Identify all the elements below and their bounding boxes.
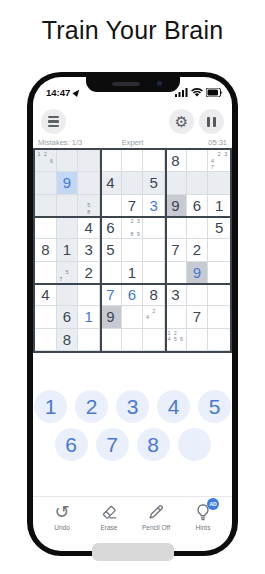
phone-screen: 14:47 <box>33 77 232 551</box>
cell-r7c6[interactable]: 8 <box>143 284 165 306</box>
cell-r6c3[interactable]: 2 <box>78 262 100 284</box>
cell-r3c4[interactable] <box>100 195 122 217</box>
cell-r9c8[interactable] <box>187 329 209 351</box>
cell-r2c3[interactable] <box>78 172 100 194</box>
eraser-icon <box>99 501 119 523</box>
cell-r2c2[interactable]: 9 <box>57 172 79 194</box>
cell-r6c7[interactable] <box>165 262 187 284</box>
cell-r8c3[interactable]: 1 <box>78 306 100 328</box>
camera <box>157 81 162 86</box>
pause-icon <box>207 117 216 127</box>
cell-r8c5[interactable] <box>122 306 144 328</box>
cell-r3c9[interactable]: 1 <box>208 195 230 217</box>
numpad-empty[interactable] <box>178 428 211 461</box>
cell-r4c3[interactable]: 4 <box>78 217 100 239</box>
cell-r7c2[interactable] <box>57 284 79 306</box>
cell-r9c4[interactable] <box>100 329 122 351</box>
speaker <box>112 82 140 86</box>
game-info-row: Mistakes: 1/3 Expert 05:31 <box>33 138 232 147</box>
signal-icon <box>175 88 188 97</box>
numpad-5[interactable]: 5 <box>198 390 231 423</box>
cell-r4c8[interactable] <box>187 217 209 239</box>
cell-r3c6[interactable]: 3 <box>143 195 165 217</box>
cell-r1c9[interactable]: 2347 <box>208 150 230 172</box>
cell-r2c9[interactable] <box>208 172 230 194</box>
numpad-4[interactable]: 4 <box>157 390 190 423</box>
cell-r8c1[interactable] <box>35 306 57 328</box>
pencil-notes: 57 <box>58 263 77 282</box>
undo-icon: ↺ <box>54 501 69 523</box>
cell-r3c3[interactable]: 58 <box>78 195 100 217</box>
cell-r3c5[interactable]: 7 <box>122 195 144 217</box>
cell-r9c2[interactable]: 8 <box>57 329 79 351</box>
cell-r8c9[interactable] <box>208 306 230 328</box>
pencil-button[interactable]: Pencil Off <box>137 501 175 531</box>
cell-r2c4[interactable]: 4 <box>100 172 122 194</box>
cell-r7c1[interactable]: 4 <box>35 284 57 306</box>
cell-r3c2[interactable] <box>57 195 79 217</box>
cell-r5c8[interactable]: 2 <box>187 239 209 261</box>
cell-r5c7[interactable]: 7 <box>165 239 187 261</box>
cell-r1c8[interactable] <box>187 150 209 172</box>
cell-r1c1[interactable]: 126 <box>35 150 57 172</box>
pencil-notes: 2347 <box>209 151 229 170</box>
numpad-8[interactable]: 8 <box>137 428 170 461</box>
numpad-2[interactable]: 2 <box>75 390 108 423</box>
cell-r1c7[interactable]: 8 <box>165 150 187 172</box>
cell-r6c9[interactable] <box>208 262 230 284</box>
cell-r5c5[interactable] <box>122 239 144 261</box>
cell-r1c3[interactable] <box>78 150 100 172</box>
pencil-notes: 12456 <box>166 330 185 349</box>
cell-r2c8[interactable] <box>187 172 209 194</box>
toolbar-divider <box>33 496 232 497</box>
cell-r4c5[interactable]: 2389 <box>122 217 144 239</box>
cell-r8c8[interactable]: 7 <box>187 306 209 328</box>
cell-r6c2[interactable]: 57 <box>57 262 79 284</box>
cell-r8c4[interactable]: 9 <box>100 306 122 328</box>
cell-r7c7[interactable]: 3 <box>165 284 187 306</box>
cell-r4c2[interactable] <box>57 217 79 239</box>
undo-button[interactable]: ↺ Undo <box>43 501 81 531</box>
cell-r1c4[interactable] <box>100 150 122 172</box>
cell-r2c7[interactable] <box>165 172 187 194</box>
cell-r2c1[interactable] <box>35 172 57 194</box>
battery-icon <box>206 88 223 97</box>
cell-r4c7[interactable] <box>165 217 187 239</box>
wifi-icon <box>191 88 203 97</box>
location-icon <box>73 87 82 96</box>
cell-r8c6[interactable]: 24 <box>143 306 165 328</box>
cell-r5c4[interactable]: 5 <box>100 239 122 261</box>
cell-r1c5[interactable] <box>122 150 144 172</box>
cell-r6c6[interactable] <box>143 262 165 284</box>
numpad-3[interactable]: 3 <box>116 390 149 423</box>
cell-r5c2[interactable]: 1 <box>57 239 79 261</box>
cell-r1c6[interactable] <box>143 150 165 172</box>
pause-button[interactable] <box>199 109 224 134</box>
cell-r7c9[interactable] <box>208 284 230 306</box>
cell-r5c6[interactable] <box>143 239 165 261</box>
pencil-icon <box>146 501 166 523</box>
cell-r9c9[interactable] <box>208 329 230 351</box>
menu-button[interactable] <box>41 109 66 134</box>
status-time: 14:47 <box>46 87 70 98</box>
cell-r2c6[interactable]: 5 <box>143 172 165 194</box>
erase-button[interactable]: Erase <box>90 501 128 531</box>
cell-r6c1[interactable] <box>35 262 57 284</box>
cell-r6c8[interactable]: 9 <box>187 262 209 284</box>
cell-r1c2[interactable] <box>57 150 79 172</box>
numpad-7[interactable]: 7 <box>96 428 129 461</box>
pencil-notes: 24 <box>144 307 163 326</box>
cell-r7c8[interactable] <box>187 284 209 306</box>
sudoku-board: 1268234794558739614623895813572572194768… <box>35 150 230 351</box>
cell-r5c1[interactable]: 8 <box>35 239 57 261</box>
cell-r6c5[interactable]: 1 <box>122 262 144 284</box>
toolbar: ↺ Undo Erase Pen <box>33 501 232 531</box>
cell-r7c3[interactable] <box>78 284 100 306</box>
home-indicator <box>92 543 174 561</box>
page-title: Train Your Brain <box>0 16 265 45</box>
cell-r3c8[interactable]: 6 <box>187 195 209 217</box>
numpad-1[interactable]: 1 <box>34 390 67 423</box>
app-header: ⚙ <box>33 109 232 134</box>
cell-r8c7[interactable] <box>165 306 187 328</box>
cell-r8c2[interactable]: 6 <box>57 306 79 328</box>
cell-r9c1[interactable] <box>35 329 57 351</box>
cell-r9c5[interactable] <box>122 329 144 351</box>
cell-r7c4[interactable]: 7 <box>100 284 122 306</box>
cell-r4c4[interactable]: 6 <box>100 217 122 239</box>
cell-r5c9[interactable] <box>208 239 230 261</box>
hamburger-icon <box>48 116 59 128</box>
gear-icon: ⚙ <box>175 114 188 129</box>
pencil-notes: 58 <box>79 196 98 215</box>
cell-r3c1[interactable] <box>35 195 57 217</box>
cell-r2c5[interactable] <box>122 172 144 194</box>
phone-frame: 14:47 <box>27 72 238 556</box>
cell-r5c3[interactable]: 3 <box>78 239 100 261</box>
cell-r7c5[interactable]: 6 <box>122 284 144 306</box>
cell-r4c9[interactable]: 5 <box>208 217 230 239</box>
phone-notch <box>86 77 180 92</box>
cell-r9c3[interactable] <box>78 329 100 351</box>
difficulty-label: Expert <box>33 138 232 147</box>
sudoku-board-frame: 1268234794558739614623895813572572194768… <box>33 148 232 353</box>
hints-button[interactable]: AD Hints <box>184 501 222 531</box>
cell-r4c1[interactable] <box>35 217 57 239</box>
numpad-6[interactable]: 6 <box>55 428 88 461</box>
pencil-notes: 126 <box>36 151 55 170</box>
ad-badge: AD <box>207 498 219 510</box>
cell-r9c7[interactable]: 12456 <box>165 329 187 351</box>
cell-r9c6[interactable] <box>143 329 165 351</box>
cell-r6c4[interactable] <box>100 262 122 284</box>
number-pad: 12345678 <box>33 390 232 466</box>
cell-r3c7[interactable]: 9 <box>165 195 187 217</box>
settings-button[interactable]: ⚙ <box>169 109 194 134</box>
cell-r4c6[interactable] <box>143 217 165 239</box>
pencil-notes: 2389 <box>123 218 142 237</box>
